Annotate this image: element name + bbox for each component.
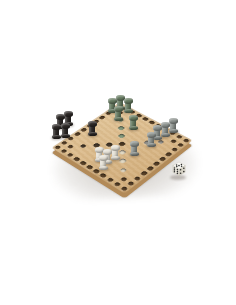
peg-grey: [162, 123, 168, 136]
peg-grey: [170, 119, 176, 132]
peg-black: [53, 125, 59, 138]
die: [171, 161, 187, 181]
product-photo: [0, 0, 236, 305]
peg-green: [125, 99, 131, 112]
peg-black: [89, 122, 95, 135]
peg-grey: [148, 133, 154, 146]
peg-black: [62, 124, 68, 137]
peg-grey: [131, 142, 137, 155]
peg-white: [112, 146, 118, 159]
peg-green: [130, 116, 136, 129]
board-hole: [120, 186, 128, 192]
peg-green: [115, 107, 121, 120]
peg-white: [100, 156, 106, 169]
